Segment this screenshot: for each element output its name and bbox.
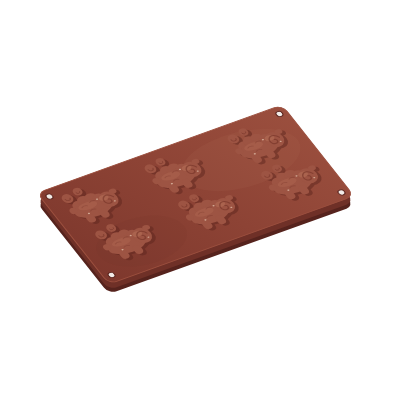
- mold-photo-svg: [0, 0, 400, 400]
- product-photo: [0, 0, 400, 400]
- silicone-mold: [37, 105, 354, 294]
